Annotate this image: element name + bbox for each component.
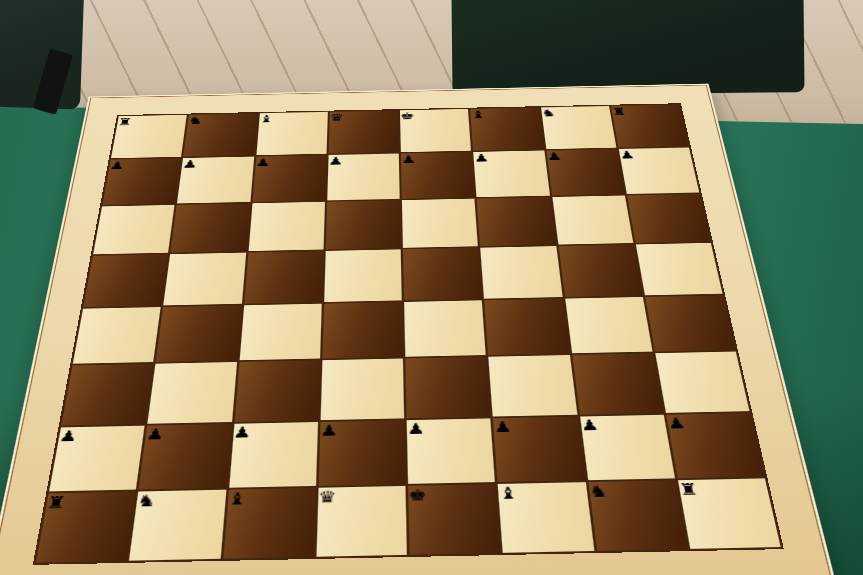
square-c7[interactable]: ♟ [493,416,585,482]
black-pawn: ♟ [580,417,600,433]
square-e3[interactable] [325,200,400,249]
square-g6[interactable] [148,362,237,423]
black-pawn: ♟ [320,422,338,438]
square-h5[interactable] [73,307,161,364]
white-knight: ♞ [541,108,557,119]
square-e6[interactable] [320,359,404,420]
square-g3[interactable] [171,203,250,253]
square-h4[interactable] [83,254,168,307]
black-pawn: ♟ [407,420,425,436]
chess-board: ♜♞♝♛♚♝♞♜♟♟♟♟♟♟♟♟♟♟♟♟♟♟♟♟♜♞♝♛♚♝♞♜ 1234567… [89,84,722,575]
square-d6[interactable] [405,357,490,418]
black-pawn: ♟ [232,424,251,440]
square-c8[interactable]: ♝ [498,482,594,553]
square-g8[interactable]: ♞ [129,489,226,560]
square-d3[interactable] [402,198,478,247]
white-pawn: ♟ [473,152,489,163]
white-pawn: ♟ [328,155,343,166]
square-d7[interactable]: ♟ [407,418,496,484]
square-e4[interactable] [324,249,402,302]
white-pawn: ♟ [255,157,271,168]
black-pawn: ♟ [666,415,687,431]
square-c2[interactable]: ♟ [473,151,549,197]
square-f5[interactable] [239,304,321,361]
square-d5[interactable] [404,300,486,357]
square-a5[interactable] [645,295,736,351]
white-pawn: ♟ [619,149,636,160]
square-a7[interactable]: ♟ [666,413,765,478]
square-g7[interactable]: ♟ [139,423,232,489]
board-grid: ♜♞♝♛♚♝♞♜♟♟♟♟♟♟♟♟♟♟♟♟♟♟♟♟♜♞♝♛♚♝♞♜ [36,104,781,562]
square-h7[interactable]: ♟ [49,425,145,491]
square-d2[interactable]: ♟ [401,152,475,198]
square-h6[interactable] [61,364,153,425]
square-a6[interactable] [655,352,749,413]
white-bishop: ♝ [258,114,273,125]
green-chair-right [451,0,804,96]
black-bishop: ♝ [498,484,518,501]
square-f7[interactable]: ♟ [229,422,318,488]
square-a3[interactable] [627,194,711,243]
square-c3[interactable] [477,197,556,246]
square-f4[interactable] [244,251,324,304]
photo-scene: ♜♞♝♛♚♝♞♜♟♟♟♟♟♟♟♟♟♟♟♟♟♟♟♟♜♞♝♛♚♝♞♜ 1234567… [0,0,863,575]
square-d8[interactable]: ♚ [408,484,500,555]
square-f6[interactable] [234,360,320,421]
square-h3[interactable] [93,205,175,255]
white-pawn: ♟ [401,154,416,165]
square-b7[interactable]: ♟ [579,414,674,480]
square-e2[interactable]: ♟ [327,154,400,200]
white-pawn: ♟ [546,151,563,162]
white-pawn: ♟ [109,160,126,171]
square-b8[interactable]: ♞ [588,480,687,551]
square-b3[interactable] [552,195,633,244]
square-h8[interactable]: ♜ [36,491,136,562]
square-b4[interactable] [558,244,642,297]
square-c5[interactable] [484,299,569,356]
square-f8[interactable]: ♝ [223,488,316,559]
square-e7[interactable]: ♟ [318,420,405,486]
chair-leg [33,49,73,115]
square-c4[interactable] [480,246,562,299]
black-pawn: ♟ [58,427,79,443]
square-g5[interactable] [156,305,241,362]
square-b6[interactable] [572,353,663,414]
black-pawn: ♟ [493,418,512,434]
green-chair-left [0,0,84,110]
square-a4[interactable] [636,243,723,296]
square-b5[interactable] [565,297,653,354]
square-c6[interactable] [489,355,577,416]
white-bishop: ♝ [470,109,485,120]
square-f2[interactable]: ♟ [252,155,326,201]
square-c1[interactable]: ♝ [470,107,543,150]
board-3d: ♜♞♝♛♚♝♞♜♟♟♟♟♟♟♟♟♟♟♟♟♟♟♟♟♜♞♝♛♚♝♞♜ 1234567… [0,84,836,575]
black-queen: ♛ [318,488,337,505]
square-h2[interactable]: ♟ [102,158,181,204]
square-a1[interactable]: ♜ [611,104,689,147]
square-e5[interactable] [322,302,403,359]
white-pawn: ♟ [182,159,199,170]
black-pawn: ♟ [145,426,165,442]
square-f3[interactable] [248,201,325,250]
square-d4[interactable] [403,248,482,301]
square-e8[interactable]: ♛ [316,486,407,557]
